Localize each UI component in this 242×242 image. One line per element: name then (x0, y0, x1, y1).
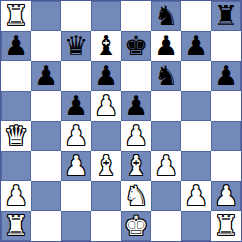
white-pawn-piece[interactable]: ♟ (154, 151, 178, 181)
square-a2[interactable]: ♟ (1, 181, 31, 211)
black-king-piece[interactable]: ♚ (124, 31, 148, 61)
white-pawn-piece[interactable]: ♟ (214, 181, 238, 211)
square-c6[interactable] (61, 61, 91, 91)
square-g3[interactable] (181, 151, 211, 181)
square-f3[interactable]: ♟ (151, 151, 181, 181)
white-pawn-piece[interactable]: ♟ (64, 151, 88, 181)
square-d2[interactable] (91, 181, 121, 211)
square-d3[interactable]: ♝ (91, 151, 121, 181)
white-rook-piece[interactable]: ♜ (214, 211, 238, 241)
black-pawn-piece[interactable]: ♟ (184, 31, 208, 61)
square-f1[interactable] (151, 211, 181, 241)
square-c7[interactable]: ♛ (61, 31, 91, 61)
square-g4[interactable] (181, 121, 211, 151)
square-f6[interactable]: ♞ (151, 61, 181, 91)
square-c1[interactable] (61, 211, 91, 241)
square-h5[interactable] (211, 91, 241, 121)
square-b7[interactable] (31, 31, 61, 61)
square-a7[interactable]: ♟ (1, 31, 31, 61)
square-h4[interactable] (211, 121, 241, 151)
square-b5[interactable] (31, 91, 61, 121)
chess-board-container: ♜♞♜♟♛♝♚♟♟♟♟♞♟♟♟♟♛♟♟♟♝♝♟♟♞♟♟♜♚♜ (0, 0, 242, 242)
black-pawn-piece[interactable]: ♟ (154, 31, 178, 61)
square-d1[interactable] (91, 211, 121, 241)
square-b4[interactable] (31, 121, 61, 151)
square-c3[interactable]: ♟ (61, 151, 91, 181)
square-c4[interactable]: ♟ (61, 121, 91, 151)
white-rook-piece[interactable]: ♜ (4, 1, 28, 31)
square-g6[interactable] (181, 61, 211, 91)
square-f8[interactable]: ♞ (151, 1, 181, 31)
black-rook-piece[interactable]: ♜ (214, 1, 238, 31)
square-g8[interactable] (181, 1, 211, 31)
square-d8[interactable] (91, 1, 121, 31)
white-bishop-piece[interactable]: ♝ (124, 151, 148, 181)
square-f5[interactable] (151, 91, 181, 121)
square-d6[interactable]: ♟ (91, 61, 121, 91)
square-g2[interactable]: ♟ (181, 181, 211, 211)
square-c8[interactable] (61, 1, 91, 31)
white-pawn-piece[interactable]: ♟ (94, 91, 118, 121)
black-pawn-piece[interactable]: ♟ (34, 61, 58, 91)
white-bishop-piece[interactable]: ♝ (94, 151, 118, 181)
white-pawn-piece[interactable]: ♟ (124, 121, 148, 151)
square-f7[interactable]: ♟ (151, 31, 181, 61)
square-a1[interactable]: ♜ (1, 211, 31, 241)
square-a4[interactable]: ♛ (1, 121, 31, 151)
square-e3[interactable]: ♝ (121, 151, 151, 181)
square-b1[interactable] (31, 211, 61, 241)
black-queen-piece[interactable]: ♛ (64, 31, 88, 61)
white-king-piece[interactable]: ♚ (124, 211, 148, 241)
black-pawn-piece[interactable]: ♟ (94, 61, 118, 91)
square-a6[interactable] (1, 61, 31, 91)
square-h3[interactable] (211, 151, 241, 181)
black-pawn-piece[interactable]: ♟ (4, 31, 28, 61)
square-h6[interactable]: ♟ (211, 61, 241, 91)
square-e5[interactable]: ♟ (121, 91, 151, 121)
square-g5[interactable] (181, 91, 211, 121)
square-a8[interactable]: ♜ (1, 1, 31, 31)
white-pawn-piece[interactable]: ♟ (64, 121, 88, 151)
square-a3[interactable] (1, 151, 31, 181)
black-knight-piece[interactable]: ♞ (154, 61, 178, 91)
square-a5[interactable] (1, 91, 31, 121)
white-rook-piece[interactable]: ♜ (4, 211, 28, 241)
black-knight-piece[interactable]: ♞ (154, 1, 178, 31)
square-d4[interactable] (91, 121, 121, 151)
square-h2[interactable]: ♟ (211, 181, 241, 211)
square-h7[interactable] (211, 31, 241, 61)
white-knight-piece[interactable]: ♞ (124, 181, 148, 211)
square-e4[interactable]: ♟ (121, 121, 151, 151)
square-b6[interactable]: ♟ (31, 61, 61, 91)
square-g7[interactable]: ♟ (181, 31, 211, 61)
black-pawn-piece[interactable]: ♟ (214, 61, 238, 91)
white-pawn-piece[interactable]: ♟ (4, 181, 28, 211)
square-b8[interactable] (31, 1, 61, 31)
square-e7[interactable]: ♚ (121, 31, 151, 61)
square-c5[interactable]: ♟ (61, 91, 91, 121)
black-bishop-piece[interactable]: ♝ (94, 31, 118, 61)
black-pawn-piece[interactable]: ♟ (124, 91, 148, 121)
square-e6[interactable] (121, 61, 151, 91)
square-h8[interactable]: ♜ (211, 1, 241, 31)
square-f2[interactable] (151, 181, 181, 211)
square-e2[interactable]: ♞ (121, 181, 151, 211)
square-c2[interactable] (61, 181, 91, 211)
square-d5[interactable]: ♟ (91, 91, 121, 121)
white-pawn-piece[interactable]: ♟ (184, 181, 208, 211)
white-queen-piece[interactable]: ♛ (4, 121, 28, 151)
square-e8[interactable] (121, 1, 151, 31)
square-d7[interactable]: ♝ (91, 31, 121, 61)
square-b3[interactable] (31, 151, 61, 181)
square-f4[interactable] (151, 121, 181, 151)
square-h1[interactable]: ♜ (211, 211, 241, 241)
square-g1[interactable] (181, 211, 211, 241)
black-pawn-piece[interactable]: ♟ (64, 91, 88, 121)
square-e1[interactable]: ♚ (121, 211, 151, 241)
chess-board: ♜♞♜♟♛♝♚♟♟♟♟♞♟♟♟♟♛♟♟♟♝♝♟♟♞♟♟♜♚♜ (0, 0, 242, 242)
square-b2[interactable] (31, 181, 61, 211)
